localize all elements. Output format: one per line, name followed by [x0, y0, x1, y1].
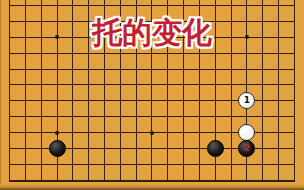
grid-line-horizontal	[9, 84, 295, 85]
grid-line-horizontal	[9, 116, 295, 117]
move-number-label: 2	[244, 144, 250, 153]
move-number-label: 1	[244, 96, 250, 105]
grid-line-horizontal	[9, 180, 295, 182]
board-left-edge	[0, 0, 2, 190]
star-point	[55, 131, 59, 135]
black-stone-move-2: 2	[238, 140, 255, 157]
white-stone	[238, 124, 255, 141]
white-stone-move-1: 1	[238, 92, 255, 109]
board-bottom-edge	[0, 184, 304, 190]
diagram-title: 托的变化	[0, 13, 304, 54]
star-point	[150, 131, 154, 135]
black-stone	[207, 140, 224, 157]
grid-line-horizontal	[9, 164, 295, 165]
video-frame: 12 托的变化	[0, 0, 304, 190]
grid-line-horizontal	[9, 5, 295, 6]
black-stone	[49, 140, 66, 157]
grid-line-horizontal	[9, 69, 295, 70]
